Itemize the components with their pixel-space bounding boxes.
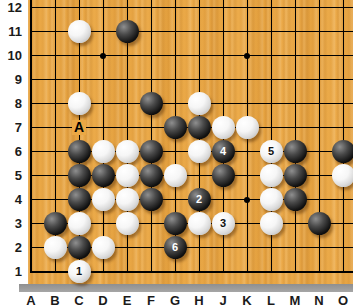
stone-black-F5[interactable] [140,164,163,187]
stone-white-L5[interactable] [260,164,283,187]
coord-col-N: N [311,293,327,308]
coord-col-A: A [23,293,39,308]
stone-black-B3[interactable] [44,212,67,235]
stone-white-B2[interactable] [44,236,67,259]
grid-line-row-12 [30,7,353,8]
stone-white-D4[interactable] [92,188,115,211]
stone-white-J7[interactable] [212,116,235,139]
move-number-label-6: 6 [172,236,178,259]
stone-white-O5[interactable] [332,164,353,187]
coord-row-8: 8 [2,96,22,111]
coord-row-12: 12 [2,0,22,15]
stone-white-E4[interactable] [116,188,139,211]
coord-col-D: D [95,293,111,308]
coord-col-K: K [239,293,255,308]
stone-white-L6[interactable]: 5 [260,140,283,163]
coord-col-E: E [119,293,135,308]
coord-col-G: G [167,293,183,308]
coord-row-1: 1 [2,264,22,279]
stone-white-E6[interactable] [116,140,139,163]
coord-row-4: 4 [2,192,22,207]
stone-black-G2[interactable]: 6 [164,236,187,259]
grid-line-col-D [103,0,104,273]
star-point-K10 [244,53,250,59]
coord-row-3: 3 [2,216,22,231]
stone-white-K7[interactable] [236,116,259,139]
stone-black-N3[interactable] [308,212,331,235]
grid-line-row-10 [30,55,353,56]
coord-col-H: H [191,293,207,308]
move-number-label-2: 2 [196,188,202,211]
stone-black-G3[interactable] [164,212,187,235]
stone-white-L3[interactable] [260,212,283,235]
grid-line-row-9 [30,79,353,80]
stone-white-E3[interactable] [116,212,139,235]
stone-white-D2[interactable] [92,236,115,259]
stone-black-C6[interactable] [68,140,91,163]
stone-black-H4[interactable]: 2 [188,188,211,211]
stone-white-H3[interactable] [188,212,211,235]
coord-col-M: M [287,293,303,308]
coord-row-7: 7 [2,120,22,135]
coord-col-J: J [215,293,231,308]
stone-white-E5[interactable] [116,164,139,187]
stone-black-C2[interactable] [68,236,91,259]
stone-black-F6[interactable] [140,140,163,163]
annotation-A-C7: A [72,120,86,135]
coord-row-2: 2 [2,240,22,255]
coord-row-5: 5 [2,168,22,183]
stone-black-O6[interactable] [332,140,353,163]
stone-white-C11[interactable] [68,20,91,43]
stone-black-D5[interactable] [92,164,115,187]
stone-white-H6[interactable] [188,140,211,163]
stone-white-C3[interactable] [68,212,91,235]
stone-white-L4[interactable] [260,188,283,211]
coord-col-C: C [71,293,87,308]
stone-black-E11[interactable] [116,20,139,43]
stone-black-F8[interactable] [140,92,163,115]
stone-white-C1[interactable]: 1 [68,260,91,283]
stone-white-C8[interactable] [68,92,91,115]
star-point-D10 [100,53,106,59]
coord-col-F: F [143,293,159,308]
coord-row-9: 9 [2,72,22,87]
move-number-label-4: 4 [220,140,226,163]
stone-white-J3[interactable]: 3 [212,212,235,235]
stone-black-G7[interactable] [164,116,187,139]
stone-black-F4[interactable] [140,188,163,211]
coord-row-11: 11 [2,24,22,39]
coord-col-O: O [335,293,351,308]
stone-black-H7[interactable] [188,116,211,139]
stone-black-J6[interactable]: 4 [212,140,235,163]
coord-row-6: 6 [2,144,22,159]
move-number-label-1: 1 [76,260,82,283]
stone-black-C4[interactable] [68,188,91,211]
stone-black-M5[interactable] [284,164,307,187]
grid-line-col-A [30,0,32,273]
move-number-label-3: 3 [220,212,226,235]
grid-line-col-M [295,0,296,273]
stone-black-M6[interactable] [284,140,307,163]
star-point-K4 [244,197,250,203]
stone-black-J5[interactable] [212,164,235,187]
coord-row-10: 10 [2,48,22,63]
go-diagram: 452361A121110987654321ABCDEFGHJKLMNO [0,0,353,308]
stone-black-C5[interactable] [68,164,91,187]
coord-col-L: L [263,293,279,308]
board-overlay: 452361A121110987654321ABCDEFGHJKLMNO [0,0,353,308]
grid-line-col-O [343,0,344,273]
stone-black-M4[interactable] [284,188,307,211]
stone-white-H8[interactable] [188,92,211,115]
coord-col-B: B [47,293,63,308]
grid-line-col-F [151,0,152,273]
stone-white-D6[interactable] [92,140,115,163]
move-number-label-5: 5 [268,140,274,163]
stone-white-G5[interactable] [164,164,187,187]
